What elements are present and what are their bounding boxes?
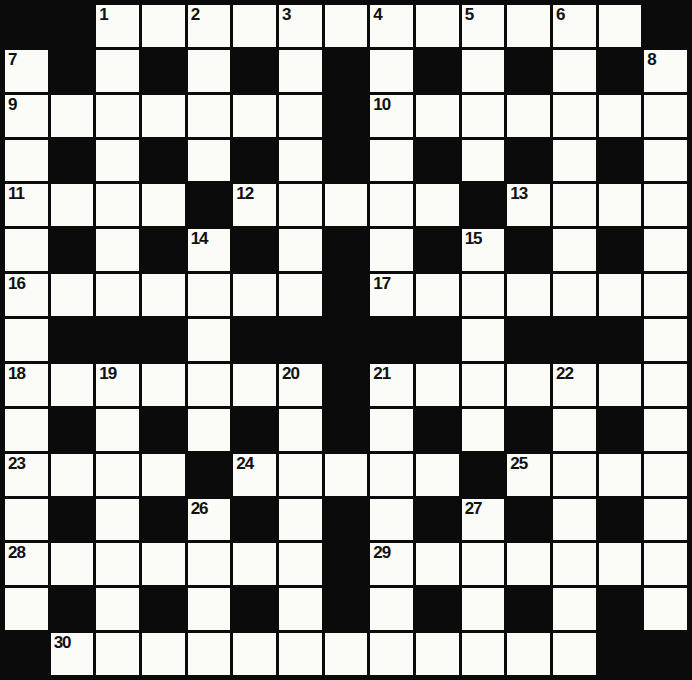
black-cell-r1c1 — [51, 50, 94, 92]
cell-r0c9[interactable] — [416, 5, 459, 47]
black-cell-r14c13 — [599, 633, 642, 675]
cell-r6c4[interactable] — [188, 274, 231, 316]
cell-r14c12[interactable] — [553, 633, 596, 675]
clue-number-5: 5 — [465, 5, 473, 25]
cell-r12c6[interactable] — [279, 543, 322, 585]
cell-r4c5[interactable]: 12 — [233, 184, 276, 226]
black-cell-r13c5 — [233, 588, 276, 630]
black-cell-r5c13 — [599, 229, 642, 271]
cell-r0c6[interactable]: 3 — [279, 5, 322, 47]
black-cell-r1c11 — [507, 50, 550, 92]
black-cell-r7c3 — [142, 319, 185, 361]
cell-r12c4[interactable] — [188, 543, 231, 585]
black-cell-r1c5 — [233, 50, 276, 92]
black-cell-r11c9 — [416, 499, 459, 541]
cell-r2c12[interactable] — [553, 95, 596, 137]
black-cell-r3c11 — [507, 140, 550, 182]
cell-r11c2[interactable] — [96, 499, 139, 541]
clue-number-9: 9 — [8, 95, 16, 115]
black-cell-r7c7 — [325, 319, 368, 361]
cell-r1c8[interactable] — [370, 50, 413, 92]
cell-r8c11[interactable] — [507, 364, 550, 406]
cell-r13c10[interactable] — [462, 588, 505, 630]
black-cell-r8c7 — [325, 364, 368, 406]
cell-r6c13[interactable] — [599, 274, 642, 316]
clue-number-23: 23 — [8, 454, 25, 474]
black-cell-r5c11 — [507, 229, 550, 271]
black-cell-r3c7 — [325, 140, 368, 182]
cell-r4c1[interactable] — [51, 184, 94, 226]
cell-r8c1[interactable] — [51, 364, 94, 406]
cell-r6c10[interactable] — [462, 274, 505, 316]
cell-r9c4[interactable] — [188, 409, 231, 451]
cell-r10c7[interactable] — [325, 454, 368, 496]
clue-number-24: 24 — [236, 454, 253, 474]
cell-r8c13[interactable] — [599, 364, 642, 406]
black-cell-r1c3 — [142, 50, 185, 92]
black-cell-r10c10 — [462, 454, 505, 496]
clue-number-30: 30 — [54, 633, 71, 653]
cell-r0c5[interactable] — [233, 5, 276, 47]
cell-r10c8[interactable] — [370, 454, 413, 496]
clue-number-8: 8 — [647, 50, 655, 70]
cell-r12c5[interactable] — [233, 543, 276, 585]
black-cell-r4c4 — [188, 184, 231, 226]
cell-r5c14[interactable] — [644, 229, 687, 271]
black-cell-r11c5 — [233, 499, 276, 541]
cell-r6c2[interactable] — [96, 274, 139, 316]
clue-number-15: 15 — [465, 229, 482, 249]
cell-r14c7[interactable] — [325, 633, 368, 675]
black-cell-r7c8 — [370, 319, 413, 361]
cell-r2c3[interactable] — [142, 95, 185, 137]
cell-r2c8[interactable]: 10 — [370, 95, 413, 137]
cell-r6c0[interactable]: 16 — [5, 274, 48, 316]
cell-r5c12[interactable] — [553, 229, 596, 271]
clue-number-4: 4 — [373, 5, 381, 25]
cell-r12c3[interactable] — [142, 543, 185, 585]
cell-r14c9[interactable] — [416, 633, 459, 675]
cell-r4c2[interactable] — [96, 184, 139, 226]
cell-r0c10[interactable]: 5 — [462, 5, 505, 47]
black-cell-r9c9 — [416, 409, 459, 451]
cell-r12c14[interactable] — [644, 543, 687, 585]
clue-number-22: 22 — [556, 364, 573, 384]
black-cell-r7c6 — [279, 319, 322, 361]
clue-number-3: 3 — [282, 5, 290, 25]
cell-r14c5[interactable] — [233, 633, 276, 675]
cell-r11c8[interactable] — [370, 499, 413, 541]
clue-number-12: 12 — [236, 184, 253, 204]
cell-r13c14[interactable] — [644, 588, 687, 630]
black-cell-r3c3 — [142, 140, 185, 182]
cell-r6c12[interactable] — [553, 274, 596, 316]
cell-r13c12[interactable] — [553, 588, 596, 630]
cell-r14c1[interactable]: 30 — [51, 633, 94, 675]
black-cell-r7c13 — [599, 319, 642, 361]
cell-r7c4[interactable] — [188, 319, 231, 361]
black-cell-r5c9 — [416, 229, 459, 271]
cell-r2c1[interactable] — [51, 95, 94, 137]
black-cell-r9c3 — [142, 409, 185, 451]
cell-r0c7[interactable] — [325, 5, 368, 47]
black-cell-r1c7 — [325, 50, 368, 92]
cell-r6c8[interactable]: 17 — [370, 274, 413, 316]
cell-r5c0[interactable] — [5, 229, 48, 271]
cell-r2c10[interactable] — [462, 95, 505, 137]
cell-r4c13[interactable] — [599, 184, 642, 226]
cell-r0c4[interactable]: 2 — [188, 5, 231, 47]
cell-r9c10[interactable] — [462, 409, 505, 451]
cell-r0c12[interactable]: 6 — [553, 5, 596, 47]
cell-r11c12[interactable] — [553, 499, 596, 541]
black-cell-r13c3 — [142, 588, 185, 630]
cell-r12c8[interactable]: 29 — [370, 543, 413, 585]
black-cell-r13c7 — [325, 588, 368, 630]
cell-r1c6[interactable] — [279, 50, 322, 92]
black-cell-r9c13 — [599, 409, 642, 451]
cell-r6c9[interactable] — [416, 274, 459, 316]
black-cell-r5c5 — [233, 229, 276, 271]
cell-r13c0[interactable] — [5, 588, 48, 630]
black-cell-r9c5 — [233, 409, 276, 451]
cell-r8c14[interactable] — [644, 364, 687, 406]
cell-r8c3[interactable] — [142, 364, 185, 406]
black-cell-r3c9 — [416, 140, 459, 182]
clue-number-25: 25 — [510, 454, 527, 474]
cell-r8c8[interactable]: 21 — [370, 364, 413, 406]
black-cell-r9c7 — [325, 409, 368, 451]
black-cell-r7c12 — [553, 319, 596, 361]
cell-r1c2[interactable] — [96, 50, 139, 92]
clue-number-2: 2 — [191, 5, 199, 25]
cell-r2c5[interactable] — [233, 95, 276, 137]
black-cell-r0c14 — [644, 5, 687, 47]
black-cell-r11c11 — [507, 499, 550, 541]
cell-r2c4[interactable] — [188, 95, 231, 137]
cell-r7c14[interactable] — [644, 319, 687, 361]
cell-r12c12[interactable] — [553, 543, 596, 585]
clue-number-6: 6 — [556, 5, 564, 25]
clue-number-1: 1 — [99, 5, 107, 25]
clue-number-16: 16 — [8, 274, 25, 294]
cell-r8c6[interactable]: 20 — [279, 364, 322, 406]
clue-number-7: 7 — [8, 50, 16, 70]
cell-r2c2[interactable] — [96, 95, 139, 137]
cell-r6c5[interactable] — [233, 274, 276, 316]
black-cell-r1c13 — [599, 50, 642, 92]
cell-r4c7[interactable] — [325, 184, 368, 226]
clue-number-18: 18 — [8, 364, 25, 384]
cell-r6c3[interactable] — [142, 274, 185, 316]
cell-r9c0[interactable] — [5, 409, 48, 451]
cell-r10c13[interactable] — [599, 454, 642, 496]
cell-r9c6[interactable] — [279, 409, 322, 451]
cell-r3c6[interactable] — [279, 140, 322, 182]
cell-r9c2[interactable] — [96, 409, 139, 451]
cell-r14c4[interactable] — [188, 633, 231, 675]
clue-number-20: 20 — [282, 364, 299, 384]
black-cell-r11c7 — [325, 499, 368, 541]
cell-r10c14[interactable] — [644, 454, 687, 496]
cell-r11c10[interactable]: 27 — [462, 499, 505, 541]
cell-r2c11[interactable] — [507, 95, 550, 137]
cell-r7c0[interactable] — [5, 319, 48, 361]
cell-r4c14[interactable] — [644, 184, 687, 226]
clue-number-26: 26 — [191, 499, 208, 519]
black-cell-r4c10 — [462, 184, 505, 226]
cell-r8c5[interactable] — [233, 364, 276, 406]
cell-r4c11[interactable]: 13 — [507, 184, 550, 226]
cell-r12c9[interactable] — [416, 543, 459, 585]
cell-r14c2[interactable] — [96, 633, 139, 675]
black-cell-r13c1 — [51, 588, 94, 630]
cell-r10c12[interactable] — [553, 454, 596, 496]
cell-r4c6[interactable] — [279, 184, 322, 226]
cell-r0c3[interactable] — [142, 5, 185, 47]
cell-r10c6[interactable] — [279, 454, 322, 496]
black-cell-r13c9 — [416, 588, 459, 630]
black-cell-r1c9 — [416, 50, 459, 92]
clue-number-28: 28 — [8, 543, 25, 563]
black-cell-r11c3 — [142, 499, 185, 541]
cell-r14c8[interactable] — [370, 633, 413, 675]
black-cell-r9c1 — [51, 409, 94, 451]
cell-r5c10[interactable]: 15 — [462, 229, 505, 271]
black-cell-r5c7 — [325, 229, 368, 271]
black-cell-r10c4 — [188, 454, 231, 496]
cell-r3c14[interactable] — [644, 140, 687, 182]
cell-r9c8[interactable] — [370, 409, 413, 451]
cell-r2c9[interactable] — [416, 95, 459, 137]
cell-r4c12[interactable] — [553, 184, 596, 226]
cell-r8c12[interactable]: 22 — [553, 364, 596, 406]
cell-r6c1[interactable] — [51, 274, 94, 316]
cell-r11c0[interactable] — [5, 499, 48, 541]
black-cell-r5c1 — [51, 229, 94, 271]
black-cell-r3c1 — [51, 140, 94, 182]
cell-r2c6[interactable] — [279, 95, 322, 137]
cell-r1c14[interactable]: 8 — [644, 50, 687, 92]
black-cell-r7c1 — [51, 319, 94, 361]
cell-r13c2[interactable] — [96, 588, 139, 630]
cell-r3c8[interactable] — [370, 140, 413, 182]
cell-r14c6[interactable] — [279, 633, 322, 675]
crossword-puzzle: 1234567891011121314151617181920212223242… — [0, 0, 692, 680]
cell-r5c6[interactable] — [279, 229, 322, 271]
black-cell-r7c2 — [96, 319, 139, 361]
black-cell-r11c13 — [599, 499, 642, 541]
cell-r4c0[interactable]: 11 — [5, 184, 48, 226]
cell-r4c3[interactable] — [142, 184, 185, 226]
cell-r8c9[interactable] — [416, 364, 459, 406]
cell-r12c13[interactable] — [599, 543, 642, 585]
cell-r6c11[interactable] — [507, 274, 550, 316]
cell-r12c2[interactable] — [96, 543, 139, 585]
clue-number-10: 10 — [373, 95, 390, 115]
black-cell-r12c7 — [325, 543, 368, 585]
crossword-board: 1234567891011121314151617181920212223242… — [0, 0, 692, 680]
cell-r13c6[interactable] — [279, 588, 322, 630]
cell-r13c8[interactable] — [370, 588, 413, 630]
black-cell-r6c7 — [325, 274, 368, 316]
cell-r13c4[interactable] — [188, 588, 231, 630]
cell-r3c4[interactable] — [188, 140, 231, 182]
cell-r1c12[interactable] — [553, 50, 596, 92]
clue-number-13: 13 — [510, 184, 527, 204]
cell-r12c10[interactable] — [462, 543, 505, 585]
black-cell-r14c14 — [644, 633, 687, 675]
cell-r10c0[interactable]: 23 — [5, 454, 48, 496]
cell-r12c0[interactable]: 28 — [5, 543, 48, 585]
cell-r5c8[interactable] — [370, 229, 413, 271]
cell-r11c6[interactable] — [279, 499, 322, 541]
cell-r5c2[interactable] — [96, 229, 139, 271]
black-cell-r0c1 — [51, 5, 94, 47]
cell-r4c8[interactable] — [370, 184, 413, 226]
clue-number-14: 14 — [191, 229, 208, 249]
cell-r6c6[interactable] — [279, 274, 322, 316]
cell-r2c14[interactable] — [644, 95, 687, 137]
cell-r10c11[interactable]: 25 — [507, 454, 550, 496]
black-cell-r0c0 — [5, 5, 48, 47]
cell-r5c4[interactable]: 14 — [188, 229, 231, 271]
black-cell-r5c3 — [142, 229, 185, 271]
cell-r8c4[interactable] — [188, 364, 231, 406]
cell-r2c0[interactable]: 9 — [5, 95, 48, 137]
black-cell-r7c9 — [416, 319, 459, 361]
cell-r3c0[interactable] — [5, 140, 48, 182]
cell-r0c8[interactable]: 4 — [370, 5, 413, 47]
black-cell-r7c5 — [233, 319, 276, 361]
clue-number-19: 19 — [99, 364, 116, 384]
cell-r0c11[interactable] — [507, 5, 550, 47]
cell-r14c3[interactable] — [142, 633, 185, 675]
clue-number-27: 27 — [465, 499, 482, 519]
cell-r7c10[interactable] — [462, 319, 505, 361]
black-cell-r7c11 — [507, 319, 550, 361]
cell-r4c9[interactable] — [416, 184, 459, 226]
clue-number-29: 29 — [373, 543, 390, 563]
black-cell-r13c13 — [599, 588, 642, 630]
cell-r10c5[interactable]: 24 — [233, 454, 276, 496]
cell-r10c1[interactable] — [51, 454, 94, 496]
clue-number-21: 21 — [373, 364, 390, 384]
cell-r10c2[interactable] — [96, 454, 139, 496]
cell-r3c2[interactable] — [96, 140, 139, 182]
cell-r1c4[interactable] — [188, 50, 231, 92]
black-cell-r13c11 — [507, 588, 550, 630]
cell-r3c10[interactable] — [462, 140, 505, 182]
black-cell-r3c13 — [599, 140, 642, 182]
cell-r8c2[interactable]: 19 — [96, 364, 139, 406]
black-cell-r9c11 — [507, 409, 550, 451]
cell-r0c13[interactable] — [599, 5, 642, 47]
cell-r11c14[interactable] — [644, 499, 687, 541]
cell-r1c10[interactable] — [462, 50, 505, 92]
cell-r8c0[interactable]: 18 — [5, 364, 48, 406]
cell-r9c14[interactable] — [644, 409, 687, 451]
black-cell-r14c0 — [5, 633, 48, 675]
cell-r3c12[interactable] — [553, 140, 596, 182]
cell-r12c1[interactable] — [51, 543, 94, 585]
cell-r10c9[interactable] — [416, 454, 459, 496]
cell-r10c3[interactable] — [142, 454, 185, 496]
cell-r1c0[interactable]: 7 — [5, 50, 48, 92]
black-cell-r3c5 — [233, 140, 276, 182]
cell-r14c11[interactable] — [507, 633, 550, 675]
clue-number-17: 17 — [373, 274, 390, 294]
black-cell-r2c7 — [325, 95, 368, 137]
cell-r8c10[interactable] — [462, 364, 505, 406]
cell-r2c13[interactable] — [599, 95, 642, 137]
cell-r6c14[interactable] — [644, 274, 687, 316]
cell-r14c10[interactable] — [462, 633, 505, 675]
cell-r0c2[interactable]: 1 — [96, 5, 139, 47]
clue-number-11: 11 — [8, 184, 24, 204]
black-cell-r11c1 — [51, 499, 94, 541]
cell-r11c4[interactable]: 26 — [188, 499, 231, 541]
cell-r9c12[interactable] — [553, 409, 596, 451]
cell-r12c11[interactable] — [507, 543, 550, 585]
